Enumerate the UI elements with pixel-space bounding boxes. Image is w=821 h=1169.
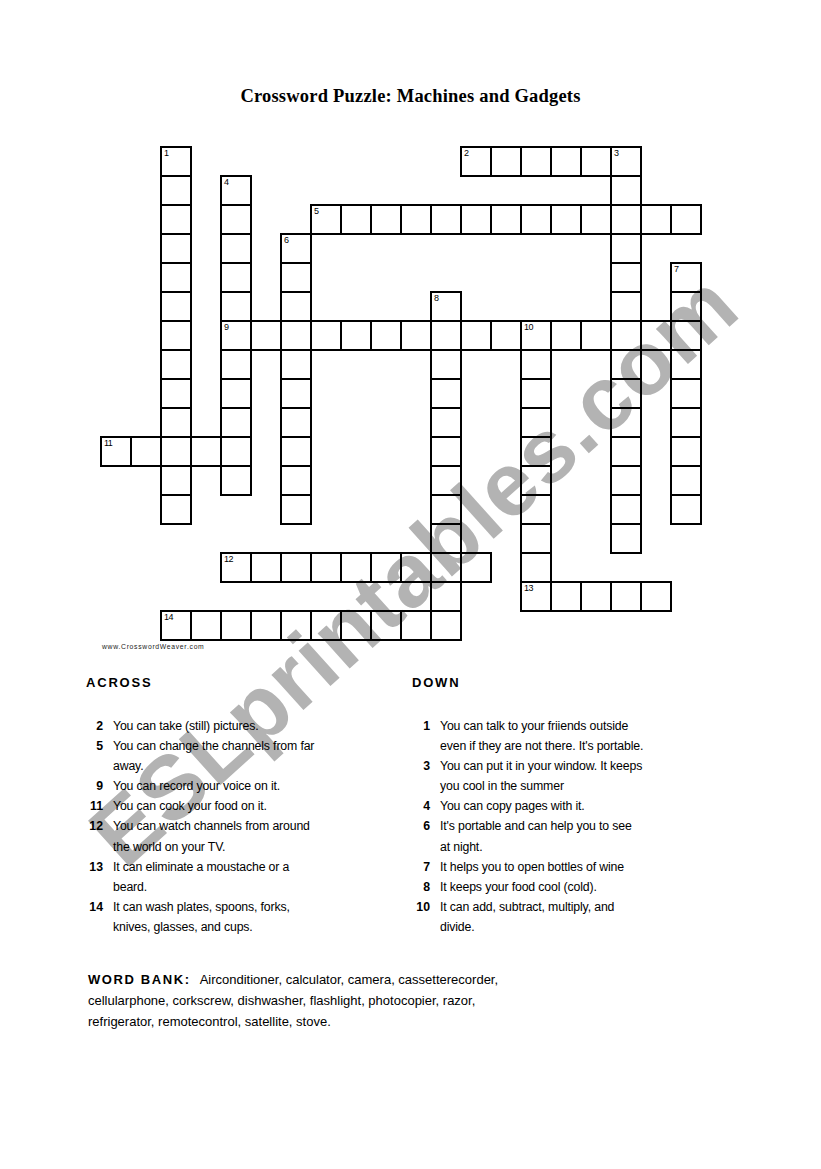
grid-cell[interactable] <box>460 320 492 351</box>
grid-cell[interactable] <box>610 407 642 438</box>
grid-cell[interactable] <box>220 262 252 293</box>
grid-cell[interactable]: 2 <box>460 146 492 177</box>
grid-cell[interactable] <box>670 494 702 525</box>
grid-cell[interactable] <box>400 204 432 235</box>
grid-cell[interactable] <box>430 523 462 554</box>
grid-cell[interactable] <box>670 407 702 438</box>
clue-line: 3You can put it in your window. It keeps <box>412 756 643 776</box>
grid-cell[interactable] <box>310 552 342 583</box>
grid-cell[interactable] <box>370 552 402 583</box>
grid-cell[interactable]: 5 <box>310 204 342 235</box>
grid-cell[interactable] <box>610 494 642 525</box>
grid-cell[interactable] <box>640 581 672 612</box>
clue-line: 14It can wash plates, spoons, forks, <box>86 897 314 917</box>
grid-cell[interactable] <box>430 494 462 525</box>
cell-number: 5 <box>314 206 319 216</box>
grid-cell[interactable] <box>220 436 252 467</box>
grid-cell[interactable] <box>340 320 372 351</box>
clue-text: You can record your voice on it. <box>113 776 280 796</box>
grid-cell[interactable] <box>580 320 612 351</box>
clue-text: You can talk to your friiends outside <box>440 716 628 736</box>
down-clue-list: 1You can talk to your friiends outsideev… <box>412 716 643 937</box>
clue-text: You can cook your food on it. <box>113 796 267 816</box>
grid-cell[interactable] <box>520 407 552 438</box>
grid-cell[interactable] <box>220 465 252 496</box>
clue-text: You can copy pages with it. <box>440 796 585 816</box>
grid-cell[interactable] <box>670 320 702 351</box>
grid-cell[interactable] <box>610 291 642 322</box>
grid-cell[interactable] <box>160 378 192 409</box>
clue-line: 13It can eliminate a moustache or a <box>86 857 314 877</box>
clue-line: 2You can take (still) pictures. <box>86 716 314 736</box>
grid-cell[interactable] <box>580 581 612 612</box>
grid-cell[interactable] <box>340 204 372 235</box>
word-bank-label: WORD BANK: <box>88 972 191 987</box>
grid-cell[interactable] <box>160 233 192 264</box>
grid-cell[interactable] <box>430 320 462 351</box>
grid-cell[interactable] <box>190 610 222 641</box>
clue-text: It keeps your food cool (cold). <box>440 877 597 897</box>
grid-cell[interactable] <box>610 378 642 409</box>
clue-text: the world on your TV. <box>113 837 225 857</box>
grid-cell[interactable]: 11 <box>100 436 132 467</box>
cell-number: 13 <box>524 583 533 593</box>
grid-cell[interactable] <box>280 494 312 525</box>
clue-line: 10It can add, subtract, multiply, and <box>412 897 643 917</box>
grid-cell[interactable] <box>160 204 192 235</box>
clue-line: 6It's portable and can help you to see <box>412 816 643 836</box>
grid-cell[interactable] <box>520 552 552 583</box>
clue-number: 6 <box>412 816 430 836</box>
clue-number: 1 <box>412 716 430 736</box>
clue-line: you cool in the summer <box>412 776 643 796</box>
grid-cell[interactable]: 3 <box>610 146 642 177</box>
down-heading: DOWN <box>412 675 460 690</box>
clue-number: 3 <box>412 756 430 776</box>
clue-text: away. <box>113 756 143 776</box>
grid-cell[interactable] <box>610 204 642 235</box>
clue-text: divide. <box>440 917 475 937</box>
grid-cell[interactable] <box>430 610 462 641</box>
clue-text: you cool in the summer <box>440 776 564 796</box>
word-bank-line: WORD BANK:Airconditioner, calculator, ca… <box>88 969 498 990</box>
grid-cell[interactable] <box>160 291 192 322</box>
clue-number: 2 <box>86 716 103 736</box>
grid-cell[interactable] <box>190 436 222 467</box>
clue-number <box>412 917 430 937</box>
grid-cell[interactable] <box>220 349 252 380</box>
grid-cell[interactable] <box>280 349 312 380</box>
clue-text: You can watch channels from around <box>113 816 310 836</box>
grid-cell[interactable] <box>640 204 672 235</box>
word-bank: WORD BANK:Airconditioner, calculator, ca… <box>88 969 498 1032</box>
grid-cell[interactable] <box>400 320 432 351</box>
grid-cell[interactable] <box>340 552 372 583</box>
grid-cell[interactable] <box>520 204 552 235</box>
clue-number: 14 <box>86 897 103 917</box>
clue-line: 11You can cook your food on it. <box>86 796 314 816</box>
grid-cell[interactable] <box>430 349 462 380</box>
grid-cell[interactable] <box>520 465 552 496</box>
clue-line: 7It helps you to open bottles of wine <box>412 857 643 877</box>
word-bank-text: Airconditioner, calculator, camera, cass… <box>200 972 498 987</box>
clue-line: divide. <box>412 917 643 937</box>
grid-cell[interactable] <box>460 552 492 583</box>
grid-cell[interactable] <box>160 175 192 206</box>
grid-cell[interactable] <box>430 465 462 496</box>
grid-cell[interactable] <box>280 291 312 322</box>
grid-cell[interactable]: 13 <box>520 581 552 612</box>
clue-text: at night. <box>440 837 482 857</box>
grid-cell[interactable]: 1 <box>160 146 192 177</box>
clue-text: knives, glasses, and cups. <box>113 917 253 937</box>
grid-cell[interactable] <box>550 146 582 177</box>
clue-line: 1You can talk to your friiends outside <box>412 716 643 736</box>
grid-cell[interactable] <box>640 320 672 351</box>
clue-number: 11 <box>86 796 103 816</box>
grid-cell[interactable] <box>610 175 642 206</box>
clue-text: beard. <box>113 877 147 897</box>
clue-line: beard. <box>86 877 314 897</box>
grid-cell[interactable] <box>160 407 192 438</box>
clue-number <box>412 776 430 796</box>
grid-cell[interactable] <box>550 581 582 612</box>
clue-number <box>86 837 103 857</box>
clue-line: 5You can change the channels from far <box>86 736 314 756</box>
grid-cell[interactable] <box>220 610 252 641</box>
page-title: Crossword Puzzle: Machines and Gadgets <box>0 86 821 107</box>
grid-cell[interactable] <box>280 320 312 351</box>
clue-text: You can change the channels from far <box>113 736 314 756</box>
grid-cell[interactable] <box>580 204 612 235</box>
grid-cell[interactable] <box>280 436 312 467</box>
grid-cell[interactable]: 14 <box>160 610 192 641</box>
grid-cell[interactable] <box>610 233 642 264</box>
grid-cell[interactable] <box>610 262 642 293</box>
grid-cell[interactable] <box>280 407 312 438</box>
cell-number: 10 <box>524 322 533 332</box>
clue-line: at night. <box>412 837 643 857</box>
grid-cell[interactable]: 12 <box>220 552 252 583</box>
grid-cell[interactable] <box>430 552 462 583</box>
grid-cell[interactable]: 4 <box>220 175 252 206</box>
grid-cell[interactable] <box>670 204 702 235</box>
clue-text: It can eliminate a moustache or a <box>113 857 289 877</box>
grid-cell[interactable] <box>610 436 642 467</box>
grid-cell[interactable] <box>160 349 192 380</box>
clue-line: the world on your TV. <box>86 837 314 857</box>
clue-number: 8 <box>412 877 430 897</box>
across-heading: ACROSS <box>86 675 152 690</box>
grid-cell[interactable]: 10 <box>520 320 552 351</box>
grid-cell[interactable] <box>430 436 462 467</box>
grid-cell[interactable] <box>550 204 582 235</box>
word-bank-line: cellularphone, corkscrew, dishwasher, fl… <box>88 990 498 1011</box>
grid-cell[interactable] <box>490 320 522 351</box>
crossword-grid: 1234567891011121314 <box>100 146 702 641</box>
grid-cell[interactable] <box>520 349 552 380</box>
grid-cell[interactable] <box>250 610 282 641</box>
grid-cell[interactable] <box>670 349 702 380</box>
cell-number: 8 <box>434 293 439 303</box>
grid-cell[interactable] <box>490 146 522 177</box>
across-clue-list: 2You can take (still) pictures.5You can … <box>86 716 314 937</box>
grid-cell[interactable] <box>160 465 192 496</box>
grid-cell[interactable] <box>670 436 702 467</box>
grid-cell[interactable] <box>610 523 642 554</box>
grid-cell[interactable] <box>220 233 252 264</box>
clue-line: even if they are not there. It's portabl… <box>412 736 643 756</box>
grid-cell[interactable] <box>220 378 252 409</box>
grid-cell[interactable] <box>580 146 612 177</box>
clue-number <box>412 736 430 756</box>
clue-text: It helps you to open bottles of wine <box>440 857 624 877</box>
grid-cell[interactable] <box>250 552 282 583</box>
cell-number: 1 <box>164 148 169 158</box>
grid-cell[interactable] <box>610 465 642 496</box>
grid-cell[interactable] <box>460 204 492 235</box>
grid-cell[interactable] <box>130 436 162 467</box>
grid-cell[interactable] <box>670 378 702 409</box>
grid-cell[interactable]: 7 <box>670 262 702 293</box>
grid-cell[interactable] <box>340 610 372 641</box>
clue-text: It's portable and can help you to see <box>440 816 632 836</box>
clue-number <box>86 756 103 776</box>
grid-cell[interactable] <box>370 204 402 235</box>
clue-number: 13 <box>86 857 103 877</box>
grid-cell[interactable] <box>160 320 192 351</box>
clue-text: even if they are not there. It's portabl… <box>440 736 643 756</box>
grid-cell[interactable] <box>430 581 462 612</box>
clue-text: It can wash plates, spoons, forks, <box>113 897 290 917</box>
worksheet-page: ESLprintables.com Crossword Puzzle: Mach… <box>0 0 821 1169</box>
grid-cell[interactable] <box>400 610 432 641</box>
grid-cell[interactable] <box>430 407 462 438</box>
clue-number <box>86 917 103 937</box>
cell-number: 6 <box>284 235 289 245</box>
grid-cell[interactable] <box>430 204 462 235</box>
grid-cell[interactable] <box>280 262 312 293</box>
clue-number: 7 <box>412 857 430 877</box>
cell-number: 9 <box>224 322 229 332</box>
clue-line: knives, glasses, and cups. <box>86 917 314 937</box>
grid-cell[interactable] <box>610 349 642 380</box>
grid-cell[interactable]: 8 <box>430 291 462 322</box>
grid-cell[interactable] <box>430 378 462 409</box>
grid-cell[interactable] <box>610 581 642 612</box>
cell-number: 14 <box>164 612 173 622</box>
grid-cell[interactable] <box>310 320 342 351</box>
cell-number: 11 <box>104 438 112 448</box>
clue-line: 4You can copy pages with it. <box>412 796 643 816</box>
clue-line: 8It keeps your food cool (cold). <box>412 877 643 897</box>
grid-cell[interactable] <box>520 146 552 177</box>
grid-cell[interactable] <box>670 291 702 322</box>
grid-cell[interactable] <box>550 320 582 351</box>
clue-line: 12You can watch channels from around <box>86 816 314 836</box>
clue-number: 9 <box>86 776 103 796</box>
word-bank-line: refrigerator, remotecontrol, satellite, … <box>88 1011 498 1032</box>
clue-text: You can put it in your window. It keeps <box>440 756 642 776</box>
crossword-weaver-credit: www.CrosswordWeaver.com <box>102 643 204 650</box>
grid-cell[interactable] <box>520 494 552 525</box>
grid-cell[interactable] <box>160 494 192 525</box>
grid-cell[interactable] <box>310 610 342 641</box>
clue-number: 5 <box>86 736 103 756</box>
cell-number: 3 <box>614 148 619 158</box>
grid-cell[interactable] <box>610 320 642 351</box>
clue-line: 9You can record your voice on it. <box>86 776 314 796</box>
grid-cell[interactable] <box>370 610 402 641</box>
clue-text: It can add, subtract, multiply, and <box>440 897 614 917</box>
grid-cell[interactable] <box>220 204 252 235</box>
grid-cell[interactable] <box>280 552 312 583</box>
grid-cell[interactable]: 6 <box>280 233 312 264</box>
grid-cell[interactable] <box>370 320 402 351</box>
grid-cell[interactable] <box>280 465 312 496</box>
cell-number: 4 <box>224 177 229 187</box>
clue-line: away. <box>86 756 314 776</box>
grid-cell[interactable] <box>220 291 252 322</box>
clue-number <box>412 837 430 857</box>
grid-cell[interactable] <box>520 523 552 554</box>
cell-number: 2 <box>464 148 469 158</box>
grid-cell[interactable] <box>160 436 192 467</box>
cell-number: 12 <box>224 554 233 564</box>
grid-cell[interactable] <box>280 378 312 409</box>
grid-cell[interactable] <box>250 320 282 351</box>
grid-cell[interactable] <box>280 610 312 641</box>
grid-cell[interactable] <box>520 436 552 467</box>
clue-text: You can take (still) pictures. <box>113 716 258 736</box>
grid-cell[interactable] <box>490 204 522 235</box>
grid-cell[interactable]: 9 <box>220 320 252 351</box>
clue-number: 4 <box>412 796 430 816</box>
grid-cell[interactable] <box>160 262 192 293</box>
cell-number: 7 <box>674 264 679 274</box>
clue-number: 10 <box>412 897 430 917</box>
clue-number: 12 <box>86 816 103 836</box>
grid-cell[interactable] <box>400 552 432 583</box>
grid-cell[interactable] <box>220 407 252 438</box>
grid-cell[interactable] <box>520 378 552 409</box>
grid-cell[interactable] <box>670 465 702 496</box>
clue-number <box>86 877 103 897</box>
